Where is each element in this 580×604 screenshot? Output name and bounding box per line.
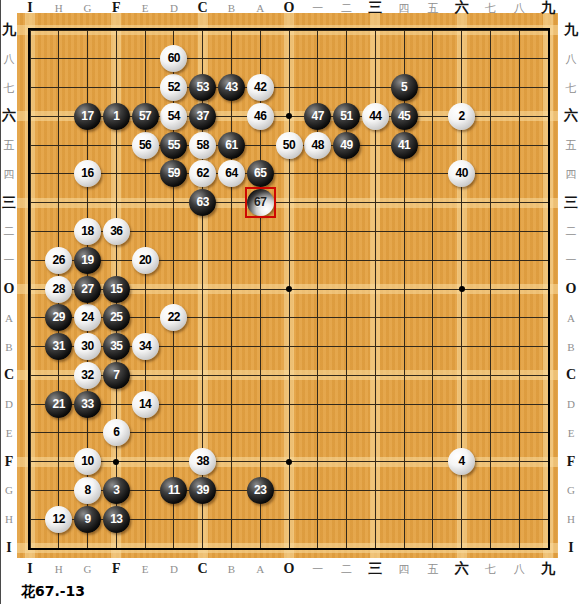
column-label-bottom: 八	[514, 564, 525, 575]
row-label-left: I	[6, 541, 11, 555]
row-label-left: B	[5, 341, 12, 352]
column-label-top: A	[256, 3, 264, 14]
stone-2[interactable]: 2	[448, 103, 475, 130]
stone-5[interactable]: 5	[391, 74, 418, 101]
stone-48[interactable]: 48	[304, 132, 331, 159]
column-label-top: H	[55, 3, 63, 14]
column-label-top: F	[112, 1, 121, 15]
row-label-left: C	[4, 368, 14, 382]
stone-27[interactable]: 27	[74, 276, 101, 303]
row-label-right: 五	[566, 140, 577, 151]
column-label-top: D	[170, 3, 178, 14]
row-label-left: 七	[4, 82, 15, 93]
stone-36[interactable]: 36	[103, 218, 130, 245]
row-label-right: G	[567, 485, 575, 496]
stone-44[interactable]: 44	[362, 103, 389, 130]
row-label-right: 一	[566, 255, 577, 266]
stone-9[interactable]: 9	[74, 506, 101, 533]
stone-20[interactable]: 20	[132, 247, 159, 274]
stone-25[interactable]: 25	[103, 304, 130, 331]
stone-41[interactable]: 41	[391, 132, 418, 159]
stone-30[interactable]: 30	[74, 333, 101, 360]
row-label-right: I	[568, 541, 573, 555]
column-label-top: B	[228, 3, 235, 14]
stone-56[interactable]: 56	[132, 132, 159, 159]
column-label-top: C	[198, 1, 208, 15]
row-label-right: E	[568, 427, 575, 438]
stone-45[interactable]: 45	[391, 103, 418, 130]
column-label-top: 二	[341, 3, 352, 14]
row-label-left: A	[5, 312, 13, 323]
column-label-bottom: 五	[427, 564, 438, 575]
column-label-top: I	[27, 1, 32, 15]
column-label-bottom: 四	[399, 564, 410, 575]
column-label-bottom: C	[198, 562, 208, 576]
stone-46[interactable]: 46	[247, 103, 274, 130]
row-label-left: 五	[4, 140, 15, 151]
caption: 花67.-13	[21, 583, 85, 601]
row-label-left: 二	[4, 226, 15, 237]
stone-65[interactable]: 65	[247, 160, 274, 187]
column-label-top: 四	[399, 3, 410, 14]
column-label-bottom: G	[84, 564, 92, 575]
column-label-bottom: 九	[541, 562, 555, 576]
star-point	[113, 459, 119, 465]
row-label-left: 一	[4, 255, 15, 266]
row-label-right: 八	[566, 53, 577, 64]
column-label-bottom: E	[142, 564, 149, 575]
column-label-top: O	[284, 1, 295, 15]
row-label-right: 四	[566, 168, 577, 179]
row-label-right: O	[566, 282, 577, 296]
stone-42[interactable]: 42	[247, 74, 274, 101]
stone-17[interactable]: 17	[74, 103, 101, 130]
row-label-right: C	[566, 368, 576, 382]
star-point	[286, 286, 292, 292]
stone-19[interactable]: 19	[74, 247, 101, 274]
column-label-top: E	[142, 3, 149, 14]
stone-50[interactable]: 50	[276, 132, 303, 159]
row-label-left: 八	[4, 53, 15, 64]
column-label-top: 九	[541, 1, 555, 15]
column-label-bottom: F	[112, 562, 121, 576]
row-label-left: H	[5, 514, 13, 525]
stone-6[interactable]: 6	[103, 419, 130, 446]
stone-34[interactable]: 34	[132, 333, 159, 360]
column-label-top: 三	[368, 1, 382, 15]
row-label-left: G	[5, 485, 13, 496]
stone-57[interactable]: 57	[132, 103, 159, 130]
stone-12[interactable]: 12	[45, 506, 72, 533]
stone-54[interactable]: 54	[160, 103, 187, 130]
stone-3[interactable]: 3	[103, 477, 130, 504]
row-label-left: 九	[2, 23, 16, 37]
stone-43[interactable]: 43	[218, 74, 245, 101]
stone-15[interactable]: 15	[103, 276, 130, 303]
row-label-left: 六	[2, 109, 16, 123]
stone-13[interactable]: 13	[103, 506, 130, 533]
column-label-bottom: I	[27, 562, 32, 576]
row-label-left: O	[4, 282, 15, 296]
star-point	[459, 286, 465, 292]
row-label-left: F	[5, 455, 14, 469]
row-label-right: H	[567, 514, 575, 525]
row-label-left: E	[6, 427, 13, 438]
row-label-right: 七	[566, 82, 577, 93]
row-label-right: 二	[566, 226, 577, 237]
column-label-top: 一	[312, 3, 323, 14]
stone-10[interactable]: 10	[74, 448, 101, 475]
stone-18[interactable]: 18	[74, 218, 101, 245]
column-label-top: 七	[485, 3, 496, 14]
stone-14[interactable]: 14	[132, 391, 159, 418]
star-point	[286, 459, 292, 465]
stone-61[interactable]: 61	[218, 132, 245, 159]
go-diagram-window: IIHHGGFFEEDDCCBBAAOO一一二二三三四四五五六六七七八八九九九九…	[0, 0, 580, 604]
stone-32[interactable]: 32	[74, 362, 101, 389]
row-label-right: B	[567, 341, 574, 352]
stone-51[interactable]: 51	[333, 103, 360, 130]
column-label-bottom: A	[256, 564, 264, 575]
column-label-bottom: B	[228, 564, 235, 575]
column-label-bottom: H	[55, 564, 63, 575]
stone-21[interactable]: 21	[45, 391, 72, 418]
stone-28[interactable]: 28	[45, 276, 72, 303]
stone-55[interactable]: 55	[160, 132, 187, 159]
column-label-bottom: 三	[368, 562, 382, 576]
column-label-bottom: 六	[455, 562, 469, 576]
column-label-bottom: D	[170, 564, 178, 575]
row-label-left: 四	[4, 168, 15, 179]
column-label-top: 五	[427, 3, 438, 14]
stone-8[interactable]: 8	[74, 477, 101, 504]
stone-1[interactable]: 1	[103, 103, 130, 130]
column-label-bottom: O	[284, 562, 295, 576]
stone-26[interactable]: 26	[45, 247, 72, 274]
row-label-right: D	[567, 399, 575, 410]
column-label-bottom: 一	[312, 564, 323, 575]
stone-7[interactable]: 7	[103, 362, 130, 389]
row-label-right: 三	[564, 196, 578, 210]
stone-47[interactable]: 47	[304, 103, 331, 130]
row-label-right: 九	[564, 23, 578, 37]
row-label-left: 三	[2, 196, 16, 210]
row-label-right: A	[567, 312, 575, 323]
stone-39[interactable]: 39	[189, 477, 216, 504]
stone-58[interactable]: 58	[189, 132, 216, 159]
row-label-right: F	[567, 455, 576, 469]
column-label-bottom: 七	[485, 564, 496, 575]
row-label-right: 六	[564, 109, 578, 123]
last-move-marker	[245, 187, 276, 218]
stone-53[interactable]: 53	[189, 74, 216, 101]
stone-37[interactable]: 37	[189, 103, 216, 130]
stone-33[interactable]: 33	[74, 391, 101, 418]
stone-23[interactable]: 23	[247, 477, 274, 504]
stone-35[interactable]: 35	[103, 333, 130, 360]
column-label-top: 六	[455, 1, 469, 15]
column-label-top: G	[84, 3, 92, 14]
stone-49[interactable]: 49	[333, 132, 360, 159]
row-label-left: D	[5, 399, 13, 410]
column-label-top: 八	[514, 3, 525, 14]
column-label-bottom: 二	[341, 564, 352, 575]
